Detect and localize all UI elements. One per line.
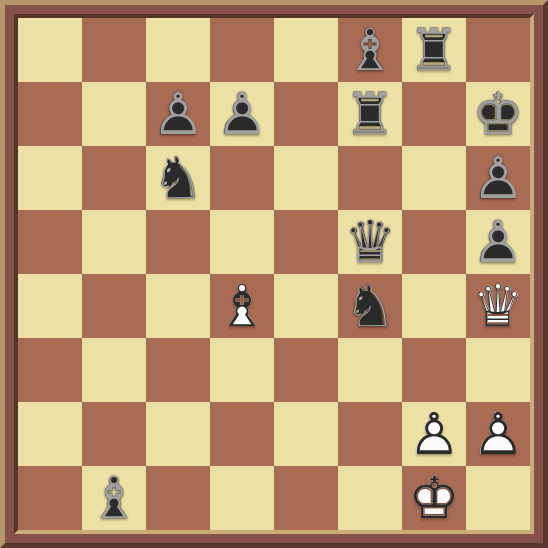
square-d8[interactable] [210, 18, 274, 82]
square-e8[interactable] [274, 18, 338, 82]
square-c8[interactable] [146, 18, 210, 82]
black-bishop-outline-glyph: ♗ [338, 18, 402, 82]
chess-board: ♝♗♜♖♟♙♟♙♜♖♚♔♞♘♟♙♛♕♟♙♝♗♞♘♛♕♟♙♟♙♝♗♚♔ [18, 18, 530, 530]
piece-black-queen[interactable]: ♛♕ [338, 210, 402, 274]
black-king-outline-glyph: ♔ [466, 82, 530, 146]
square-f7[interactable]: ♜♖ [338, 82, 402, 146]
piece-black-knight[interactable]: ♞♘ [146, 146, 210, 210]
square-g6[interactable] [402, 146, 466, 210]
square-h2[interactable]: ♟♙ [466, 402, 530, 466]
white-pawn-outline-glyph: ♙ [466, 402, 530, 466]
square-b4[interactable] [82, 274, 146, 338]
piece-black-king[interactable]: ♚♔ [466, 82, 530, 146]
square-h1[interactable] [466, 466, 530, 530]
board-frame: ♝♗♜♖♟♙♟♙♜♖♚♔♞♘♟♙♛♕♟♙♝♗♞♘♛♕♟♙♟♙♝♗♚♔ [0, 0, 548, 548]
black-rook-outline-glyph: ♖ [338, 82, 402, 146]
square-b2[interactable] [82, 402, 146, 466]
square-a2[interactable] [18, 402, 82, 466]
square-a6[interactable] [18, 146, 82, 210]
square-b6[interactable] [82, 146, 146, 210]
piece-black-rook[interactable]: ♜♖ [338, 82, 402, 146]
black-rook-outline-glyph: ♖ [402, 18, 466, 82]
square-h5[interactable]: ♟♙ [466, 210, 530, 274]
square-f1[interactable] [338, 466, 402, 530]
square-a8[interactable] [18, 18, 82, 82]
square-d3[interactable] [210, 338, 274, 402]
square-e3[interactable] [274, 338, 338, 402]
square-a5[interactable] [18, 210, 82, 274]
square-h6[interactable]: ♟♙ [466, 146, 530, 210]
square-f4[interactable]: ♞♘ [338, 274, 402, 338]
square-c3[interactable] [146, 338, 210, 402]
piece-white-pawn[interactable]: ♟♙ [402, 402, 466, 466]
square-b8[interactable] [82, 18, 146, 82]
black-queen-outline-glyph: ♕ [338, 210, 402, 274]
piece-white-queen[interactable]: ♛♕ [466, 274, 530, 338]
board-frame-inner: ♝♗♜♖♟♙♟♙♜♖♚♔♞♘♟♙♛♕♟♙♝♗♞♘♛♕♟♙♟♙♝♗♚♔ [14, 14, 534, 534]
square-f8[interactable]: ♝♗ [338, 18, 402, 82]
square-c7[interactable]: ♟♙ [146, 82, 210, 146]
piece-white-king[interactable]: ♚♔ [402, 466, 466, 530]
square-e6[interactable] [274, 146, 338, 210]
square-e5[interactable] [274, 210, 338, 274]
square-g1[interactable]: ♚♔ [402, 466, 466, 530]
square-f2[interactable] [338, 402, 402, 466]
black-knight-outline-glyph: ♘ [146, 146, 210, 210]
white-queen-outline-glyph: ♕ [466, 274, 530, 338]
square-g4[interactable] [402, 274, 466, 338]
square-g8[interactable]: ♜♖ [402, 18, 466, 82]
square-a4[interactable] [18, 274, 82, 338]
square-c1[interactable] [146, 466, 210, 530]
piece-black-pawn[interactable]: ♟♙ [466, 146, 530, 210]
square-h8[interactable] [466, 18, 530, 82]
square-g2[interactable]: ♟♙ [402, 402, 466, 466]
square-h4[interactable]: ♛♕ [466, 274, 530, 338]
white-pawn-outline-glyph: ♙ [402, 402, 466, 466]
square-b3[interactable] [82, 338, 146, 402]
piece-black-pawn[interactable]: ♟♙ [146, 82, 210, 146]
black-pawn-outline-glyph: ♙ [210, 82, 274, 146]
piece-black-knight[interactable]: ♞♘ [338, 274, 402, 338]
square-d6[interactable] [210, 146, 274, 210]
square-a3[interactable] [18, 338, 82, 402]
square-e1[interactable] [274, 466, 338, 530]
piece-black-pawn[interactable]: ♟♙ [466, 210, 530, 274]
square-g5[interactable] [402, 210, 466, 274]
square-d7[interactable]: ♟♙ [210, 82, 274, 146]
black-pawn-outline-glyph: ♙ [146, 82, 210, 146]
square-b7[interactable] [82, 82, 146, 146]
square-c6[interactable]: ♞♘ [146, 146, 210, 210]
piece-black-bishop[interactable]: ♝♗ [82, 466, 146, 530]
square-e7[interactable] [274, 82, 338, 146]
square-f6[interactable] [338, 146, 402, 210]
square-c2[interactable] [146, 402, 210, 466]
black-bishop-outline-glyph: ♗ [82, 466, 146, 530]
square-a1[interactable] [18, 466, 82, 530]
black-knight-outline-glyph: ♘ [338, 274, 402, 338]
square-d4[interactable]: ♝♗ [210, 274, 274, 338]
black-pawn-outline-glyph: ♙ [466, 210, 530, 274]
square-e2[interactable] [274, 402, 338, 466]
square-d1[interactable] [210, 466, 274, 530]
square-b1[interactable]: ♝♗ [82, 466, 146, 530]
square-f5[interactable]: ♛♕ [338, 210, 402, 274]
square-a7[interactable] [18, 82, 82, 146]
piece-black-rook[interactable]: ♜♖ [402, 18, 466, 82]
square-d2[interactable] [210, 402, 274, 466]
piece-black-pawn[interactable]: ♟♙ [210, 82, 274, 146]
black-pawn-outline-glyph: ♙ [466, 146, 530, 210]
piece-white-bishop[interactable]: ♝♗ [210, 274, 274, 338]
square-e4[interactable] [274, 274, 338, 338]
square-b5[interactable] [82, 210, 146, 274]
white-king-outline-glyph: ♔ [402, 466, 466, 530]
square-f3[interactable] [338, 338, 402, 402]
piece-white-pawn[interactable]: ♟♙ [466, 402, 530, 466]
square-c4[interactable] [146, 274, 210, 338]
square-d5[interactable] [210, 210, 274, 274]
piece-black-bishop[interactable]: ♝♗ [338, 18, 402, 82]
square-c5[interactable] [146, 210, 210, 274]
square-g7[interactable] [402, 82, 466, 146]
square-h7[interactable]: ♚♔ [466, 82, 530, 146]
white-bishop-outline-glyph: ♗ [210, 274, 274, 338]
square-h3[interactable] [466, 338, 530, 402]
square-g3[interactable] [402, 338, 466, 402]
